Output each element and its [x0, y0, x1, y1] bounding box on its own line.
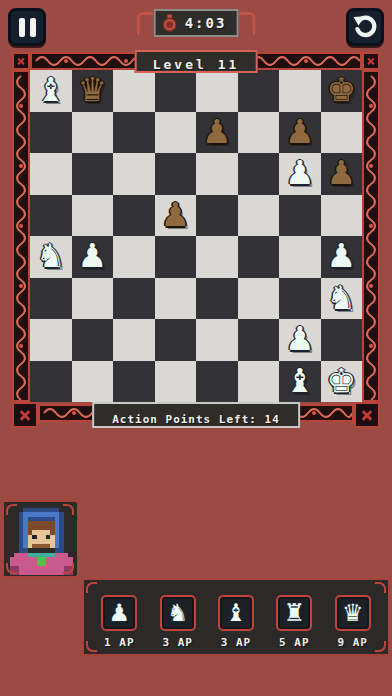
- square-e4[interactable]: [196, 236, 238, 278]
- square-h3[interactable]: ♞: [321, 278, 363, 320]
- frame-right-strip: [362, 70, 380, 402]
- square-h6[interactable]: ♟: [321, 153, 363, 195]
- square-d2[interactable]: [155, 319, 197, 361]
- pause-icon: [19, 18, 25, 37]
- square-c8[interactable]: [113, 70, 155, 112]
- level-banner: Level 11: [135, 50, 258, 73]
- pawn-cost-label: 1 AP: [104, 636, 135, 649]
- square-g1[interactable]: ♝: [279, 361, 321, 403]
- square-b4[interactable]: ♟: [72, 236, 114, 278]
- square-e3[interactable]: [196, 278, 238, 320]
- white-bishop: ♝: [36, 73, 66, 106]
- board: ♝♛♚♟♟♟♟♟♞♟♟♞♟♝♚: [30, 70, 362, 402]
- square-d6[interactable]: [155, 153, 197, 195]
- square-b6[interactable]: [72, 153, 114, 195]
- square-d3[interactable]: [155, 278, 197, 320]
- black-queen: ♛: [77, 73, 107, 106]
- white-king: ♚: [326, 364, 356, 397]
- square-e6[interactable]: [196, 153, 238, 195]
- black-pawn: ♟: [326, 156, 356, 189]
- white-knight: ♞: [36, 239, 66, 272]
- square-g8[interactable]: [279, 70, 321, 112]
- square-g7[interactable]: ♟: [279, 112, 321, 154]
- square-e2[interactable]: [196, 319, 238, 361]
- restart-icon: [352, 14, 378, 40]
- square-e5[interactable]: [196, 195, 238, 237]
- square-d4[interactable]: [155, 236, 197, 278]
- rook-cost-label: 5 AP: [279, 636, 310, 649]
- tray-slot-rook: ♜5 AP: [271, 595, 317, 649]
- queen-cost-label: 9 AP: [337, 636, 368, 649]
- stopwatch-icon: [162, 14, 178, 32]
- frame-left-strip: [12, 70, 30, 402]
- square-a5[interactable]: [30, 195, 72, 237]
- white-pawn: ♟: [285, 322, 315, 355]
- square-a3[interactable]: [30, 278, 72, 320]
- action-points-banner: Action Points Left: 14: [92, 402, 300, 428]
- square-h2[interactable]: [321, 319, 363, 361]
- white-pawn: ♟: [77, 239, 107, 272]
- square-a2[interactable]: [30, 319, 72, 361]
- square-a1[interactable]: [30, 361, 72, 403]
- black-pawn: ♟: [285, 115, 315, 148]
- square-d7[interactable]: [155, 112, 197, 154]
- square-b8[interactable]: ♛: [72, 70, 114, 112]
- square-a7[interactable]: [30, 112, 72, 154]
- square-h1[interactable]: ♚: [321, 361, 363, 403]
- square-h4[interactable]: ♟: [321, 236, 363, 278]
- character-portrait: [2, 500, 78, 578]
- tray-slot-bishop: ♝3 AP: [213, 595, 259, 649]
- square-e1[interactable]: [196, 361, 238, 403]
- square-e7[interactable]: ♟: [196, 112, 238, 154]
- timer-value: 4:03: [185, 15, 227, 31]
- square-c7[interactable]: [113, 112, 155, 154]
- square-g5[interactable]: [279, 195, 321, 237]
- square-h5[interactable]: [321, 195, 363, 237]
- buy-queen-button[interactable]: ♛: [335, 595, 371, 631]
- square-a8[interactable]: ♝: [30, 70, 72, 112]
- tray-slot-knight: ♞3 AP: [155, 595, 201, 649]
- square-a6[interactable]: [30, 153, 72, 195]
- square-g6[interactable]: ♟: [279, 153, 321, 195]
- square-g4[interactable]: [279, 236, 321, 278]
- square-c2[interactable]: [113, 319, 155, 361]
- black-pawn: ♟: [160, 198, 190, 231]
- tray-items: ♟1 AP♞3 AP♝3 AP♜5 AP♛9 AP: [84, 580, 388, 649]
- square-c5[interactable]: [113, 195, 155, 237]
- frame-corner-ornament: [362, 52, 380, 70]
- square-b7[interactable]: [72, 112, 114, 154]
- piece-tray: ♟1 AP♞3 AP♝3 AP♜5 AP♛9 AP: [82, 578, 390, 656]
- bishop-icon: ♝: [225, 601, 247, 625]
- frame-corner-ornament: [354, 402, 380, 428]
- buy-pawn-button[interactable]: ♟: [101, 595, 137, 631]
- knight-icon: ♞: [167, 601, 189, 625]
- square-f3[interactable]: [238, 278, 280, 320]
- black-pawn: ♟: [202, 115, 232, 148]
- square-c1[interactable]: [113, 361, 155, 403]
- square-c6[interactable]: [113, 153, 155, 195]
- white-pawn: ♟: [326, 239, 356, 272]
- white-knight: ♞: [326, 281, 356, 314]
- square-b5[interactable]: [72, 195, 114, 237]
- square-f6[interactable]: [238, 153, 280, 195]
- pawn-icon: ♟: [109, 601, 131, 625]
- queen-icon: ♛: [342, 601, 364, 625]
- white-bishop: ♝: [285, 364, 315, 397]
- frame-corner-ornament: [12, 402, 38, 428]
- buy-rook-button[interactable]: ♜: [276, 595, 312, 631]
- square-f1[interactable]: [238, 361, 280, 403]
- square-b1[interactable]: [72, 361, 114, 403]
- square-f7[interactable]: [238, 112, 280, 154]
- bishop-cost-label: 3 AP: [221, 636, 252, 649]
- square-d1[interactable]: [155, 361, 197, 403]
- frame-corner-ornament: [12, 52, 30, 70]
- white-pawn: ♟: [285, 156, 315, 189]
- square-h7[interactable]: [321, 112, 363, 154]
- square-g2[interactable]: ♟: [279, 319, 321, 361]
- square-d5[interactable]: ♟: [155, 195, 197, 237]
- square-f5[interactable]: [238, 195, 280, 237]
- buy-knight-button[interactable]: ♞: [160, 595, 196, 631]
- square-b3[interactable]: [72, 278, 114, 320]
- restart-button[interactable]: [346, 8, 384, 46]
- square-a4[interactable]: ♞: [30, 236, 72, 278]
- rook-icon: ♜: [284, 601, 306, 625]
- pause-button[interactable]: [8, 8, 46, 46]
- square-c4[interactable]: [113, 236, 155, 278]
- black-king: ♚: [326, 73, 356, 106]
- square-e8[interactable]: [196, 70, 238, 112]
- action-points-label: Action Points Left: 14: [112, 413, 280, 426]
- tray-slot-pawn: ♟1 AP: [96, 595, 142, 649]
- level-label: Level 11: [153, 57, 240, 72]
- square-h8[interactable]: ♚: [321, 70, 363, 112]
- tray-slot-queen: ♛9 AP: [330, 595, 376, 649]
- square-d8[interactable]: [155, 70, 197, 112]
- square-g3[interactable]: [279, 278, 321, 320]
- square-f8[interactable]: [238, 70, 280, 112]
- square-f2[interactable]: [238, 319, 280, 361]
- square-f4[interactable]: [238, 236, 280, 278]
- timer: 4:03: [137, 9, 256, 37]
- square-b2[interactable]: [72, 319, 114, 361]
- knight-cost-label: 3 AP: [162, 636, 193, 649]
- buy-bishop-button[interactable]: ♝: [218, 595, 254, 631]
- square-c3[interactable]: [113, 278, 155, 320]
